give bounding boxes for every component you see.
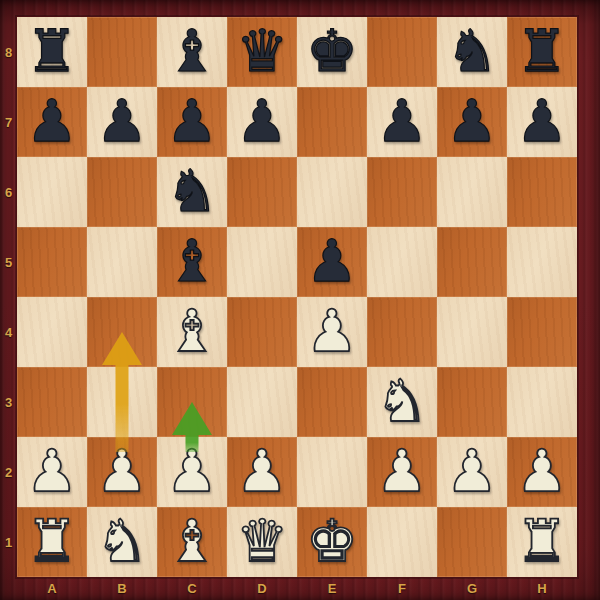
piece-white-pawn-d2[interactable]: ♟ <box>227 437 297 507</box>
rank-label-4: 4 <box>0 297 17 367</box>
file-label-D: D <box>227 577 297 600</box>
square-a5[interactable] <box>17 227 87 297</box>
square-b6[interactable] <box>87 157 157 227</box>
piece-black-pawn-d7[interactable]: ♟ <box>227 87 297 157</box>
file-label-C: C <box>157 577 227 600</box>
piece-white-queen-d1[interactable]: ♛ <box>227 507 297 577</box>
square-d2[interactable]: ♟ <box>227 437 297 507</box>
square-f8[interactable] <box>367 17 437 87</box>
piece-black-knight-c6[interactable]: ♞ <box>157 157 227 227</box>
square-f5[interactable] <box>367 227 437 297</box>
rank-label-3: 3 <box>0 367 17 437</box>
piece-white-pawn-e4[interactable]: ♟ <box>297 297 367 367</box>
square-h6[interactable] <box>507 157 577 227</box>
piece-black-bishop-c5[interactable]: ♝ <box>157 227 227 297</box>
piece-black-pawn-b7[interactable]: ♟ <box>87 87 157 157</box>
rank-label-1: 1 <box>0 507 17 577</box>
square-d7[interactable]: ♟ <box>227 87 297 157</box>
square-f2[interactable]: ♟ <box>367 437 437 507</box>
square-f6[interactable] <box>367 157 437 227</box>
chess-board: ♜♝♛♚♞♜♟♟♟♟♟♟♟♞♝♟♝♟♞♟♟♟♟♟♟♟♜♞♝♛♚♜ <box>17 17 577 577</box>
square-h4[interactable] <box>507 297 577 367</box>
square-a6[interactable] <box>17 157 87 227</box>
square-g7[interactable]: ♟ <box>437 87 507 157</box>
square-c3[interactable] <box>157 367 227 437</box>
square-e7[interactable] <box>297 87 367 157</box>
square-a1[interactable]: ♜ <box>17 507 87 577</box>
piece-white-bishop-c4[interactable]: ♝ <box>157 297 227 367</box>
piece-white-pawn-h2[interactable]: ♟ <box>507 437 577 507</box>
piece-black-pawn-g7[interactable]: ♟ <box>437 87 507 157</box>
piece-white-king-e1[interactable]: ♚ <box>297 507 367 577</box>
square-b3[interactable] <box>87 367 157 437</box>
square-b5[interactable] <box>87 227 157 297</box>
square-b8[interactable] <box>87 17 157 87</box>
piece-black-pawn-a7[interactable]: ♟ <box>17 87 87 157</box>
piece-white-pawn-a2[interactable]: ♟ <box>17 437 87 507</box>
rank-labels: 87654321 <box>0 17 17 577</box>
square-b2[interactable]: ♟ <box>87 437 157 507</box>
square-b7[interactable]: ♟ <box>87 87 157 157</box>
piece-black-knight-g8[interactable]: ♞ <box>437 17 507 87</box>
file-label-G: G <box>437 577 507 600</box>
square-e1[interactable]: ♚ <box>297 507 367 577</box>
square-h7[interactable]: ♟ <box>507 87 577 157</box>
square-d4[interactable] <box>227 297 297 367</box>
square-h3[interactable] <box>507 367 577 437</box>
square-e3[interactable] <box>297 367 367 437</box>
piece-white-rook-h1[interactable]: ♜ <box>507 507 577 577</box>
square-d1[interactable]: ♛ <box>227 507 297 577</box>
piece-black-pawn-c7[interactable]: ♟ <box>157 87 227 157</box>
piece-white-pawn-b2[interactable]: ♟ <box>87 437 157 507</box>
piece-black-pawn-f7[interactable]: ♟ <box>367 87 437 157</box>
square-e8[interactable]: ♚ <box>297 17 367 87</box>
square-f3[interactable]: ♞ <box>367 367 437 437</box>
square-g4[interactable] <box>437 297 507 367</box>
square-e2[interactable] <box>297 437 367 507</box>
piece-black-pawn-h7[interactable]: ♟ <box>507 87 577 157</box>
piece-white-knight-b1[interactable]: ♞ <box>87 507 157 577</box>
rank-label-2: 2 <box>0 437 17 507</box>
square-b4[interactable] <box>87 297 157 367</box>
square-f1[interactable] <box>367 507 437 577</box>
square-c5[interactable]: ♝ <box>157 227 227 297</box>
piece-black-rook-h8[interactable]: ♜ <box>507 17 577 87</box>
rank-label-5: 5 <box>0 227 17 297</box>
square-g5[interactable] <box>437 227 507 297</box>
square-c8[interactable]: ♝ <box>157 17 227 87</box>
piece-black-king-e8[interactable]: ♚ <box>297 17 367 87</box>
piece-white-pawn-g2[interactable]: ♟ <box>437 437 507 507</box>
square-d5[interactable] <box>227 227 297 297</box>
square-g6[interactable] <box>437 157 507 227</box>
piece-white-knight-f3[interactable]: ♞ <box>367 367 437 437</box>
piece-black-queen-d8[interactable]: ♛ <box>227 17 297 87</box>
square-h1[interactable]: ♜ <box>507 507 577 577</box>
file-label-A: A <box>17 577 87 600</box>
square-e6[interactable] <box>297 157 367 227</box>
square-e5[interactable]: ♟ <box>297 227 367 297</box>
file-label-E: E <box>297 577 367 600</box>
square-d8[interactable]: ♛ <box>227 17 297 87</box>
square-c1[interactable]: ♝ <box>157 507 227 577</box>
square-c4[interactable]: ♝ <box>157 297 227 367</box>
file-label-B: B <box>87 577 157 600</box>
square-c7[interactable]: ♟ <box>157 87 227 157</box>
square-c6[interactable]: ♞ <box>157 157 227 227</box>
square-b1[interactable]: ♞ <box>87 507 157 577</box>
file-label-F: F <box>367 577 437 600</box>
square-d3[interactable] <box>227 367 297 437</box>
square-a7[interactable]: ♟ <box>17 87 87 157</box>
piece-white-bishop-c1[interactable]: ♝ <box>157 507 227 577</box>
square-a3[interactable] <box>17 367 87 437</box>
square-h5[interactable] <box>507 227 577 297</box>
piece-white-pawn-f2[interactable]: ♟ <box>367 437 437 507</box>
rank-label-8: 8 <box>0 17 17 87</box>
file-labels: ABCDEFGH <box>17 577 577 600</box>
square-c2[interactable]: ♟ <box>157 437 227 507</box>
square-g8[interactable]: ♞ <box>437 17 507 87</box>
square-a8[interactable]: ♜ <box>17 17 87 87</box>
file-label-H: H <box>507 577 577 600</box>
square-g2[interactable]: ♟ <box>437 437 507 507</box>
rank-label-6: 6 <box>0 157 17 227</box>
square-g1[interactable] <box>437 507 507 577</box>
rank-label-7: 7 <box>0 87 17 157</box>
piece-black-rook-a8[interactable]: ♜ <box>17 17 87 87</box>
square-g3[interactable] <box>437 367 507 437</box>
square-h8[interactable]: ♜ <box>507 17 577 87</box>
square-d6[interactable] <box>227 157 297 227</box>
square-f4[interactable] <box>367 297 437 367</box>
piece-black-bishop-c8[interactable]: ♝ <box>157 17 227 87</box>
square-a4[interactable] <box>17 297 87 367</box>
piece-white-pawn-c2[interactable]: ♟ <box>157 437 227 507</box>
piece-black-pawn-e5[interactable]: ♟ <box>297 227 367 297</box>
square-f7[interactable]: ♟ <box>367 87 437 157</box>
piece-white-rook-a1[interactable]: ♜ <box>17 507 87 577</box>
square-a2[interactable]: ♟ <box>17 437 87 507</box>
square-e4[interactable]: ♟ <box>297 297 367 367</box>
square-h2[interactable]: ♟ <box>507 437 577 507</box>
